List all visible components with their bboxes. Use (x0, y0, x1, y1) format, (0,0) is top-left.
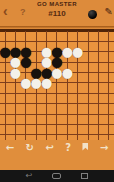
board-cell[interactable] (62, 88, 72, 98)
board-cell[interactable] (83, 57, 93, 67)
board-cell[interactable]: ● (52, 67, 62, 77)
board-cell[interactable] (21, 119, 31, 129)
board-cell[interactable] (73, 67, 83, 77)
board-cell[interactable] (31, 47, 41, 57)
board-cell[interactable] (83, 26, 93, 36)
board-cell[interactable] (10, 109, 20, 119)
app-window: ‹ ? GO MASTER #110 ✎ ●●●●●●●●●●●●●●●●●●●… (0, 0, 114, 182)
board-cell[interactable] (104, 67, 114, 77)
board-cell[interactable] (52, 26, 62, 36)
board-cell[interactable] (104, 78, 114, 88)
board-cell[interactable]: ● (0, 47, 10, 57)
bookmark-icon (82, 143, 88, 151)
board-cell[interactable] (104, 99, 114, 109)
board-cell[interactable] (41, 99, 51, 109)
prev-problem-button[interactable]: ← (6, 143, 14, 153)
board-cell[interactable] (10, 119, 20, 129)
board-cell[interactable] (21, 109, 31, 119)
board-cell[interactable]: ● (21, 57, 31, 67)
bookmark-button[interactable] (82, 143, 88, 153)
board-cell[interactable]: ● (41, 78, 51, 88)
board-cell[interactable] (0, 109, 10, 119)
board-cell[interactable] (83, 67, 93, 77)
board-cell[interactable] (93, 99, 103, 109)
board-cell[interactable] (93, 47, 103, 57)
board-cell[interactable] (0, 119, 10, 129)
board-cell[interactable] (31, 36, 41, 46)
board-cell[interactable] (31, 99, 41, 109)
board-cell[interactable] (52, 109, 62, 119)
board-cell[interactable] (104, 36, 114, 46)
hint-button[interactable]: ? (65, 143, 71, 153)
board-cell[interactable] (93, 57, 103, 67)
bottom-toolbar: ← ↻ ↩ ? → (0, 139, 114, 156)
board-cell[interactable] (0, 67, 10, 77)
board-cell[interactable] (10, 99, 20, 109)
android-nav-bar: ↩ (0, 170, 114, 182)
android-recents-icon[interactable] (81, 173, 88, 179)
board-cell[interactable] (41, 119, 51, 129)
undo-button[interactable]: ↩ (45, 143, 53, 153)
board-cell[interactable] (73, 109, 83, 119)
board-cell[interactable] (41, 109, 51, 119)
board-cell[interactable] (31, 109, 41, 119)
board-cell[interactable] (104, 109, 114, 119)
board-cell[interactable] (104, 88, 114, 98)
board-cell[interactable] (93, 36, 103, 46)
board-cell[interactable] (21, 99, 31, 109)
white-stone: ● (41, 76, 52, 89)
board-cell[interactable] (21, 26, 31, 36)
board-cell[interactable] (31, 26, 41, 36)
board-cell[interactable] (83, 88, 93, 98)
board-cell[interactable] (73, 99, 83, 109)
board-cell[interactable] (104, 57, 114, 67)
board-cell[interactable] (93, 119, 103, 129)
board-cell[interactable] (104, 26, 114, 36)
board-cell[interactable] (93, 109, 103, 119)
board-cell[interactable] (0, 99, 10, 109)
board-cell[interactable]: ● (10, 67, 20, 77)
white-stone: ● (62, 66, 73, 79)
board-cell[interactable] (93, 26, 103, 36)
app-bar: ‹ ? GO MASTER #110 ✎ (0, 0, 114, 26)
board-cell[interactable] (93, 78, 103, 88)
board-cell[interactable] (62, 99, 72, 109)
board-cell[interactable] (83, 119, 93, 129)
go-board[interactable]: ●●●●●●●●●●●●●●●●●●● (0, 26, 114, 140)
board-cell[interactable] (62, 109, 72, 119)
board-cell[interactable]: ● (62, 47, 72, 57)
board-cell[interactable] (62, 119, 72, 129)
black-to-play-indicator-icon (88, 10, 97, 19)
board-cell[interactable] (83, 99, 93, 109)
board-cell[interactable] (104, 47, 114, 57)
board-cell[interactable] (52, 99, 62, 109)
board-cell[interactable] (73, 78, 83, 88)
white-stone: ● (72, 45, 83, 58)
board-cell[interactable]: ● (21, 78, 31, 88)
restart-button[interactable]: ↻ (26, 143, 34, 153)
board-cell[interactable] (31, 119, 41, 129)
board-cell[interactable] (10, 88, 20, 98)
board-cell[interactable] (0, 78, 10, 88)
board-cell[interactable] (83, 47, 93, 57)
board-cell[interactable] (93, 67, 103, 77)
edit-brush-icon[interactable]: ✎ (105, 7, 113, 17)
board-cell[interactable] (83, 109, 93, 119)
board-cell[interactable] (93, 88, 103, 98)
board-cell[interactable] (73, 88, 83, 98)
board-cell[interactable] (104, 119, 114, 129)
board-cell[interactable] (62, 26, 72, 36)
board-cell[interactable]: ● (73, 47, 83, 57)
board-cell[interactable]: ● (62, 67, 72, 77)
board-cell[interactable] (73, 26, 83, 36)
board-cell[interactable] (83, 78, 93, 88)
app-title: GO MASTER (0, 1, 114, 7)
board-cell[interactable] (0, 26, 10, 36)
board-cell[interactable] (73, 119, 83, 129)
android-back-icon[interactable]: ↩ (26, 172, 33, 180)
board-cell[interactable] (52, 88, 62, 98)
board-cell[interactable] (41, 26, 51, 36)
board-cell[interactable] (0, 88, 10, 98)
board-cell[interactable] (10, 26, 20, 36)
android-home-icon[interactable] (52, 173, 61, 179)
next-problem-button[interactable]: → (100, 143, 108, 153)
board-cell[interactable]: ● (31, 78, 41, 88)
board-cell[interactable] (52, 119, 62, 129)
board-cell[interactable] (83, 36, 93, 46)
